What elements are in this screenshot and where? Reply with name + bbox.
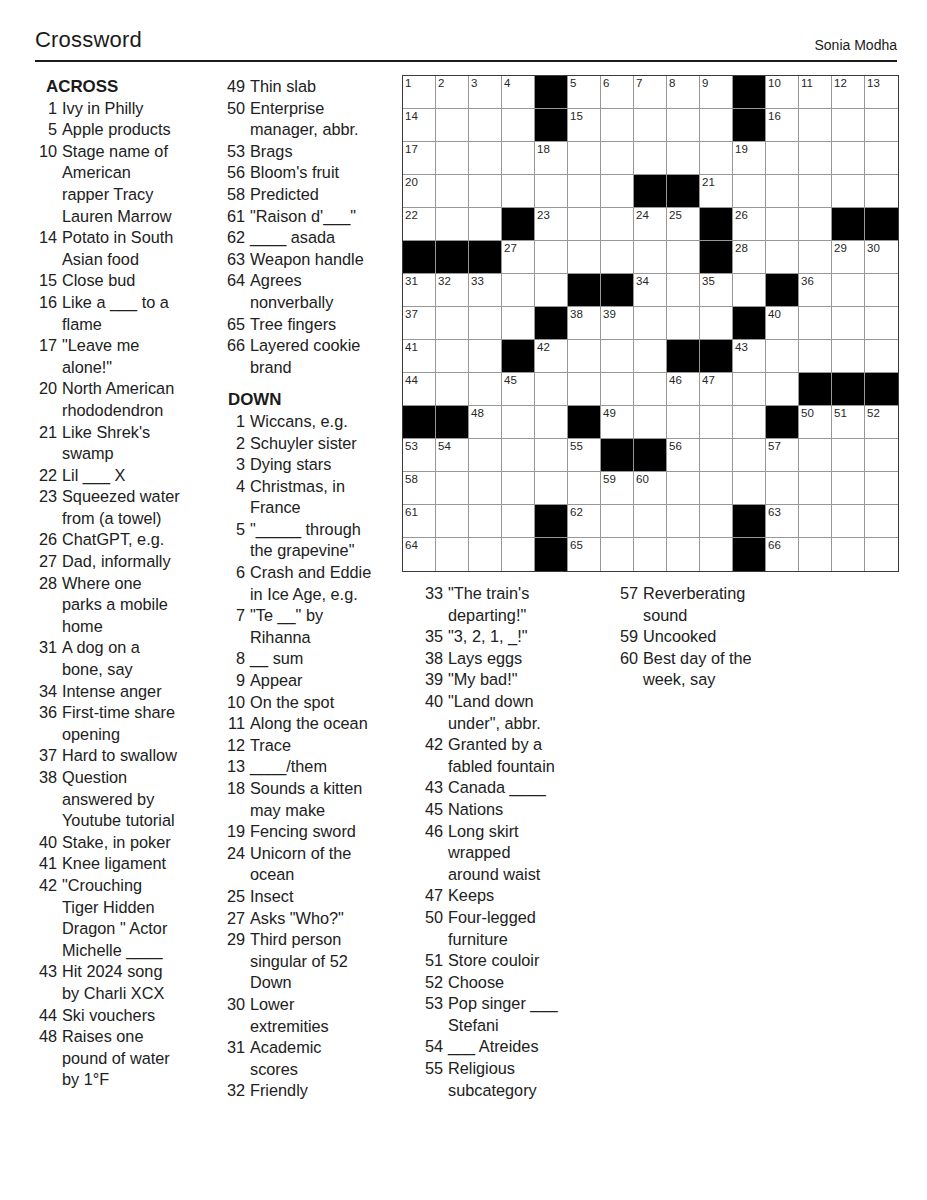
clue-number: 5	[221, 519, 250, 541]
grid-cell[interactable]: 12	[832, 76, 865, 109]
black-cell	[766, 406, 799, 439]
grid-cell[interactable]	[799, 538, 832, 571]
grid-cell[interactable]: 51	[832, 406, 865, 439]
clue-number: 11	[221, 713, 250, 735]
grid-cell[interactable]	[535, 472, 568, 505]
grid-cell[interactable]	[799, 241, 832, 274]
black-cell	[865, 208, 898, 241]
grid-cell[interactable]: 59	[601, 472, 634, 505]
grid-cell[interactable]	[733, 472, 766, 505]
clue-text: Where one parks a mobile home	[62, 573, 227, 638]
clue-across-26: 26ChatGPT, e.g.	[33, 529, 227, 551]
clue-text: Third person singular of 52 Down	[250, 929, 401, 994]
grid-cell[interactable]	[601, 340, 634, 373]
clue-number: 9	[221, 670, 250, 692]
grid-cell[interactable]	[436, 109, 469, 142]
grid-cell[interactable]: 27	[502, 241, 535, 274]
clue-down-46: 46Long skirt wrapped around waist	[419, 821, 621, 886]
cell-number: 15	[570, 109, 583, 123]
grid-cell[interactable]	[700, 406, 733, 439]
grid-cell[interactable]	[700, 307, 733, 340]
clue-text: Like a ___ to a flame	[62, 292, 227, 335]
clue-text: Hit 2024 song by Charli XCX	[62, 961, 227, 1004]
grid-cell[interactable]: 19	[733, 142, 766, 175]
grid-cell[interactable]	[832, 274, 865, 307]
grid-cell[interactable]: 56	[667, 439, 700, 472]
grid-cell[interactable]	[535, 241, 568, 274]
black-cell	[502, 340, 535, 373]
grid-cell[interactable]	[733, 406, 766, 439]
clue-text: "_____ through the grapevine"	[250, 519, 401, 562]
clue-number: 6	[221, 562, 250, 584]
black-cell	[601, 274, 634, 307]
clue-number: 21	[33, 422, 62, 444]
grid-cell[interactable]	[601, 142, 634, 175]
grid-cell[interactable]	[799, 175, 832, 208]
clue-number: 48	[33, 1026, 62, 1048]
grid-cell[interactable]	[865, 142, 898, 175]
grid-cell[interactable]: 50	[799, 406, 832, 439]
clue-text: Dying stars	[250, 454, 401, 476]
grid-cell[interactable]: 17	[403, 142, 436, 175]
grid-cell[interactable]	[469, 175, 502, 208]
grid-cell[interactable]	[568, 142, 601, 175]
grid-cell[interactable]	[502, 538, 535, 571]
cell-number: 37	[405, 307, 418, 321]
grid-cell[interactable]: 4	[502, 76, 535, 109]
clue-text: Religious subcategory	[448, 1058, 621, 1101]
clue-text: Layered cookie brand	[250, 335, 401, 378]
grid-cell[interactable]	[865, 340, 898, 373]
black-cell	[667, 175, 700, 208]
grid-cell[interactable]: 29	[832, 241, 865, 274]
grid-cell[interactable]	[700, 472, 733, 505]
clue-text: Lays eggs	[448, 648, 621, 670]
grid-cell[interactable]	[436, 373, 469, 406]
cell-number: 5	[570, 76, 576, 90]
grid-cell[interactable]: 8	[667, 76, 700, 109]
grid-cell[interactable]	[733, 274, 766, 307]
grid-cell[interactable]	[766, 472, 799, 505]
grid-cell[interactable]: 30	[865, 241, 898, 274]
grid-cell[interactable]	[601, 175, 634, 208]
grid-cell[interactable]: 9	[700, 76, 733, 109]
grid-cell[interactable]: 13	[865, 76, 898, 109]
grid-cell[interactable]: 66	[766, 538, 799, 571]
grid-cell[interactable]	[634, 142, 667, 175]
clue-down-29: 29Third person singular of 52 Down	[221, 929, 401, 994]
grid-cell[interactable]	[502, 175, 535, 208]
grid-cell[interactable]: 48	[469, 406, 502, 439]
grid-cell[interactable]	[436, 307, 469, 340]
grid-cell[interactable]: 11	[799, 76, 832, 109]
clue-down-18: 18Sounds a kitten may make	[221, 778, 401, 821]
clue-number: 35	[419, 626, 448, 648]
clue-across-62: 62____ asada	[221, 227, 401, 249]
grid-cell[interactable]	[832, 538, 865, 571]
grid-cell[interactable]	[502, 472, 535, 505]
grid-cell[interactable]: 34	[634, 274, 667, 307]
grid-cell[interactable]	[799, 472, 832, 505]
grid-cell[interactable]: 40	[766, 307, 799, 340]
black-cell	[535, 76, 568, 109]
cell-number: 26	[735, 208, 748, 222]
clue-across-64: 64Agrees nonverbally	[221, 270, 401, 313]
grid-cell[interactable]: 10	[766, 76, 799, 109]
clue-down-57: 57Reverberating sound	[614, 583, 812, 626]
clue-number: 42	[419, 734, 448, 756]
grid-cell[interactable]	[634, 373, 667, 406]
grid-cell[interactable]: 21	[700, 175, 733, 208]
grid-cell[interactable]	[469, 472, 502, 505]
cell-number: 16	[768, 109, 781, 123]
grid-cell[interactable]	[700, 439, 733, 472]
grid-cell[interactable]: 42	[535, 340, 568, 373]
grid-cell[interactable]	[832, 472, 865, 505]
grid-cell[interactable]	[535, 373, 568, 406]
clue-down-11: 11Along the ocean	[221, 713, 401, 735]
grid-cell[interactable]	[535, 175, 568, 208]
grid-cell[interactable]: 5	[568, 76, 601, 109]
grid-cell[interactable]	[799, 505, 832, 538]
clue-number: 61	[221, 206, 250, 228]
clue-number: 26	[33, 529, 62, 551]
clue-number: 45	[419, 799, 448, 821]
grid-cell[interactable]	[502, 274, 535, 307]
grid-cell[interactable]	[766, 373, 799, 406]
grid-cell[interactable]	[436, 340, 469, 373]
grid-cell[interactable]	[865, 538, 898, 571]
cell-number: 66	[768, 538, 781, 552]
black-cell	[436, 406, 469, 439]
grid-cell[interactable]	[469, 373, 502, 406]
grid-cell[interactable]	[865, 505, 898, 538]
cell-number: 46	[669, 373, 682, 387]
clue-number: 15	[33, 270, 62, 292]
grid-cell[interactable]: 7	[634, 76, 667, 109]
grid-cell[interactable]	[865, 175, 898, 208]
grid-cell[interactable]: 3	[469, 76, 502, 109]
grid-cell[interactable]	[667, 538, 700, 571]
cell-number: 63	[768, 505, 781, 519]
grid-cell[interactable]	[799, 109, 832, 142]
clue-across-44: 44Ski vouchers	[33, 1005, 227, 1027]
down-header: DOWN	[228, 389, 401, 411]
clue-number: 47	[419, 885, 448, 907]
grid-cell[interactable]	[634, 538, 667, 571]
grid-cell[interactable]	[568, 175, 601, 208]
grid-cell[interactable]: 45	[502, 373, 535, 406]
grid-cell[interactable]: 63	[766, 505, 799, 538]
clue-down-60: 60Best day of the week, say	[614, 648, 812, 691]
grid-cell[interactable]	[601, 505, 634, 538]
grid-cell[interactable]	[733, 175, 766, 208]
author-byline: Sonia Modha	[814, 37, 897, 53]
grid-cell[interactable]	[832, 109, 865, 142]
grid-cell[interactable]	[700, 142, 733, 175]
grid-cell[interactable]: 22	[403, 208, 436, 241]
clue-text: Trace	[250, 735, 401, 757]
clue-number: 60	[614, 648, 643, 670]
clue-number: 63	[221, 249, 250, 271]
grid-cell[interactable]	[667, 472, 700, 505]
cell-number: 35	[702, 274, 715, 288]
clue-number: 64	[221, 270, 250, 292]
grid-cell[interactable]	[436, 175, 469, 208]
grid-cell[interactable]	[832, 439, 865, 472]
grid-cell[interactable]	[667, 142, 700, 175]
clue-number: 44	[33, 1005, 62, 1027]
grid-cell[interactable]: 43	[733, 340, 766, 373]
grid-cell[interactable]	[568, 241, 601, 274]
clue-number: 18	[221, 778, 250, 800]
grid-cell[interactable]: 65	[568, 538, 601, 571]
clue-text: Dad, informally	[62, 551, 227, 573]
grid-cell[interactable]: 1	[403, 76, 436, 109]
grid-cell[interactable]	[733, 439, 766, 472]
cell-number: 33	[471, 274, 484, 288]
grid-cell[interactable]: 61	[403, 505, 436, 538]
grid-cell[interactable]	[733, 373, 766, 406]
grid-cell[interactable]	[568, 208, 601, 241]
clue-text: Keeps	[448, 885, 621, 907]
grid-cell[interactable]	[700, 538, 733, 571]
grid-cell[interactable]: 36	[799, 274, 832, 307]
black-cell	[634, 439, 667, 472]
grid-cell[interactable]	[502, 109, 535, 142]
grid-cell[interactable]: 47	[700, 373, 733, 406]
grid-cell[interactable]	[766, 208, 799, 241]
grid-cell[interactable]	[634, 406, 667, 439]
grid-cell[interactable]	[469, 307, 502, 340]
grid-cell[interactable]	[469, 208, 502, 241]
grid-cell[interactable]	[865, 307, 898, 340]
clue-across-23: 23Squeezed water from (a towel)	[33, 486, 227, 529]
grid-cell[interactable]	[436, 142, 469, 175]
grid-cell[interactable]: 37	[403, 307, 436, 340]
clue-down-31: 31Academic scores	[221, 1037, 401, 1080]
clue-across-16: 16Like a ___ to a flame	[33, 292, 227, 335]
grid-cell[interactable]: 60	[634, 472, 667, 505]
grid-cell[interactable]: 26	[733, 208, 766, 241]
grid-cell[interactable]: 14	[403, 109, 436, 142]
cell-number: 25	[669, 208, 682, 222]
cell-number: 9	[702, 76, 708, 90]
grid-cell[interactable]	[865, 439, 898, 472]
grid-cell[interactable]: 62	[568, 505, 601, 538]
grid-cell[interactable]	[634, 307, 667, 340]
grid-cell[interactable]	[700, 505, 733, 538]
clue-down-25: 25Insect	[221, 886, 401, 908]
grid-cell[interactable]	[502, 307, 535, 340]
grid-cell[interactable]: 18	[535, 142, 568, 175]
grid-cell[interactable]	[601, 373, 634, 406]
grid-cell[interactable]	[502, 406, 535, 439]
grid-cell[interactable]	[799, 142, 832, 175]
clue-across-49: 49Thin slab	[221, 76, 401, 98]
grid-cell[interactable]	[700, 109, 733, 142]
clue-down-12: 12Trace	[221, 735, 401, 757]
grid-cell[interactable]	[469, 439, 502, 472]
grid-cell[interactable]	[436, 538, 469, 571]
clue-number: 4	[221, 476, 250, 498]
grid-cell[interactable]	[568, 472, 601, 505]
grid-cell[interactable]	[667, 307, 700, 340]
grid-cell[interactable]	[832, 175, 865, 208]
grid-cell[interactable]	[667, 241, 700, 274]
grid-cell[interactable]	[766, 142, 799, 175]
cell-number: 29	[834, 241, 847, 255]
grid-cell[interactable]: 44	[403, 373, 436, 406]
grid-cell[interactable]	[469, 538, 502, 571]
grid-cell[interactable]	[667, 109, 700, 142]
grid-cell[interactable]: 38	[568, 307, 601, 340]
clue-text: Sounds a kitten may make	[250, 778, 401, 821]
grid-cell[interactable]	[634, 505, 667, 538]
clue-number: 58	[221, 184, 250, 206]
grid-cell[interactable]	[667, 505, 700, 538]
grid-cell[interactable]: 64	[403, 538, 436, 571]
grid-cell[interactable]	[568, 340, 601, 373]
grid-cell[interactable]: 39	[601, 307, 634, 340]
black-cell	[733, 307, 766, 340]
clue-across-41: 41Knee ligament	[33, 853, 227, 875]
grid-cell[interactable]: 25	[667, 208, 700, 241]
grid-cell[interactable]	[502, 439, 535, 472]
grid-cell[interactable]: 53	[403, 439, 436, 472]
clue-number: 56	[221, 162, 250, 184]
grid-cell[interactable]	[832, 505, 865, 538]
grid-cell[interactable]	[601, 538, 634, 571]
clue-text: Ivy in Philly	[62, 98, 227, 120]
grid-cell[interactable]	[799, 340, 832, 373]
grid-cell[interactable]	[601, 241, 634, 274]
clue-across-15: 15Close bud	[33, 270, 227, 292]
grid-cell[interactable]	[766, 175, 799, 208]
grid-cell[interactable]	[502, 505, 535, 538]
clue-text: Weapon handle	[250, 249, 401, 271]
grid-cell[interactable]	[667, 274, 700, 307]
clue-down-40: 40"Land down under", abbr.	[419, 691, 621, 734]
grid-cell[interactable]: 24	[634, 208, 667, 241]
cell-number: 2	[438, 76, 444, 90]
grid-cell[interactable]: 35	[700, 274, 733, 307]
grid-cell[interactable]	[766, 241, 799, 274]
grid-cell[interactable]: 33	[469, 274, 502, 307]
grid-cell[interactable]: 58	[403, 472, 436, 505]
grid-cell[interactable]: 54	[436, 439, 469, 472]
grid-cell[interactable]	[634, 109, 667, 142]
grid-cell[interactable]	[865, 109, 898, 142]
grid-cell[interactable]: 41	[403, 340, 436, 373]
cell-number: 60	[636, 472, 649, 486]
page-title: Crossword	[35, 27, 142, 53]
clue-number: 27	[221, 908, 250, 930]
grid-cell[interactable]: 49	[601, 406, 634, 439]
black-cell	[502, 208, 535, 241]
grid-cell[interactable]: 2	[436, 76, 469, 109]
grid-cell[interactable]	[601, 208, 634, 241]
grid-cell[interactable]: 52	[865, 406, 898, 439]
clue-text: Question answered by Youtube tutorial	[62, 767, 227, 832]
grid-cell[interactable]: 23	[535, 208, 568, 241]
clue-down-24: 24Unicorn of the ocean	[221, 843, 401, 886]
grid-cell[interactable]	[634, 340, 667, 373]
grid-cell[interactable]	[667, 406, 700, 439]
grid-cell[interactable]: 57	[766, 439, 799, 472]
clue-across-38: 38Question answered by Youtube tutorial	[33, 767, 227, 832]
grid-cell[interactable]: 28	[733, 241, 766, 274]
grid-cell[interactable]: 31	[403, 274, 436, 307]
grid-cell[interactable]	[634, 241, 667, 274]
cell-number: 10	[768, 76, 781, 90]
grid-cell[interactable]	[568, 373, 601, 406]
clue-down-55: 55Religious subcategory	[419, 1058, 621, 1101]
clue-number: 40	[419, 691, 448, 713]
grid-cell[interactable]: 46	[667, 373, 700, 406]
grid-cell[interactable]	[766, 340, 799, 373]
clue-column-3: 33"The train's departing!"35"3, 2, 1, _!…	[419, 583, 621, 1101]
clue-down-35: 35"3, 2, 1, _!"	[419, 626, 621, 648]
grid-cell[interactable]	[799, 439, 832, 472]
clue-number: 36	[33, 702, 62, 724]
grid-cell[interactable]	[799, 208, 832, 241]
black-cell	[568, 274, 601, 307]
grid-cell[interactable]: 55	[568, 439, 601, 472]
grid-cell[interactable]: 20	[403, 175, 436, 208]
grid-cell[interactable]	[436, 472, 469, 505]
grid-cell[interactable]: 32	[436, 274, 469, 307]
grid-cell[interactable]	[832, 307, 865, 340]
grid-cell[interactable]	[535, 406, 568, 439]
clue-number: 25	[221, 886, 250, 908]
grid-cell[interactable]	[832, 340, 865, 373]
clue-across-66: 66Layered cookie brand	[221, 335, 401, 378]
clue-across-10: 10Stage name of American rapper Tracy La…	[33, 141, 227, 227]
grid-cell[interactable]	[469, 142, 502, 175]
grid-cell[interactable]	[535, 439, 568, 472]
grid-cell[interactable]: 6	[601, 76, 634, 109]
grid-cell[interactable]	[469, 109, 502, 142]
grid-cell[interactable]	[865, 472, 898, 505]
cell-number: 59	[603, 472, 616, 486]
clue-down-33: 33"The train's departing!"	[419, 583, 621, 626]
grid-cell[interactable]	[436, 208, 469, 241]
black-cell	[568, 406, 601, 439]
cell-number: 27	[504, 241, 517, 255]
cell-number: 20	[405, 175, 418, 189]
grid-cell[interactable]	[865, 274, 898, 307]
grid-cell[interactable]	[832, 142, 865, 175]
grid-cell[interactable]	[601, 109, 634, 142]
clue-down-47: 47Keeps	[419, 885, 621, 907]
clue-down-59: 59Uncooked	[614, 626, 812, 648]
clue-across-50: 50Enterprise manager, abbr.	[221, 98, 401, 141]
grid-cell[interactable]	[535, 274, 568, 307]
clue-number: 40	[33, 832, 62, 854]
across-clues-part2: 49Thin slab50Enterprise manager, abbr.53…	[221, 76, 401, 378]
clue-down-39: 39"My bad!"	[419, 669, 621, 691]
clue-number: 7	[221, 605, 250, 627]
grid-cell[interactable]	[469, 340, 502, 373]
grid-cell[interactable]	[469, 505, 502, 538]
grid-cell[interactable]	[502, 142, 535, 175]
grid-cell[interactable]: 16	[766, 109, 799, 142]
clue-across-63: 63Weapon handle	[221, 249, 401, 271]
grid-cell[interactable]	[436, 505, 469, 538]
grid-cell[interactable]	[799, 307, 832, 340]
grid-cell[interactable]: 15	[568, 109, 601, 142]
